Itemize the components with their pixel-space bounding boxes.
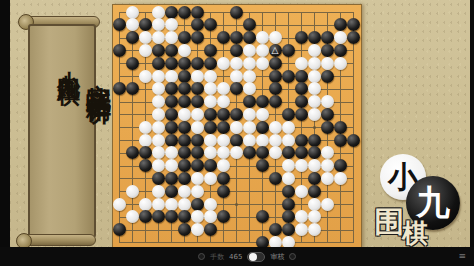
black-stone[interactable] xyxy=(269,57,282,70)
white-stone[interactable] xyxy=(113,198,126,211)
white-stone[interactable] xyxy=(204,70,217,83)
white-stone[interactable] xyxy=(191,172,204,185)
white-stone[interactable] xyxy=(165,146,178,159)
white-stone[interactable] xyxy=(243,108,256,121)
black-stone[interactable] xyxy=(282,210,295,223)
white-stone[interactable] xyxy=(334,31,347,44)
black-stone[interactable] xyxy=(256,159,269,172)
star-point xyxy=(235,203,238,206)
white-stone[interactable] xyxy=(230,57,243,70)
black-stone[interactable] xyxy=(191,6,204,19)
black-stone[interactable] xyxy=(126,146,139,159)
black-stone[interactable] xyxy=(269,70,282,83)
series-title: 小九围棋 xyxy=(54,52,85,68)
black-stone[interactable] xyxy=(165,121,178,134)
black-stone[interactable] xyxy=(191,95,204,108)
black-stone[interactable] xyxy=(295,31,308,44)
black-stone[interactable] xyxy=(165,95,178,108)
black-stone[interactable] xyxy=(321,44,334,57)
color-toggle[interactable] xyxy=(247,252,265,262)
black-stone[interactable] xyxy=(113,18,126,31)
grid-line-v xyxy=(301,12,302,243)
black-stone[interactable] xyxy=(321,121,334,134)
white-stone[interactable] xyxy=(243,44,256,57)
white-stone[interactable] xyxy=(204,95,217,108)
white-stone[interactable] xyxy=(217,95,230,108)
star-point xyxy=(313,126,316,129)
black-stone[interactable] xyxy=(321,70,334,83)
black-stone[interactable] xyxy=(308,146,321,159)
black-stone[interactable] xyxy=(256,210,269,223)
black-stone[interactable] xyxy=(308,31,321,44)
white-stone[interactable] xyxy=(256,134,269,147)
logo-char-qi: 棋 xyxy=(402,216,428,251)
black-stone[interactable] xyxy=(295,146,308,159)
black-stone[interactable] xyxy=(165,82,178,95)
white-stone[interactable] xyxy=(243,121,256,134)
white-stone[interactable] xyxy=(295,210,308,223)
white-stone[interactable] xyxy=(152,6,165,19)
white-stone[interactable] xyxy=(230,121,243,134)
black-stone[interactable] xyxy=(126,82,139,95)
white-stone[interactable] xyxy=(139,134,152,147)
black-stone[interactable] xyxy=(152,210,165,223)
white-stone[interactable] xyxy=(243,57,256,70)
black-stone[interactable] xyxy=(282,108,295,121)
white-stone[interactable] xyxy=(204,198,217,211)
black-stone[interactable] xyxy=(243,95,256,108)
black-stone[interactable] xyxy=(217,185,230,198)
black-stone[interactable] xyxy=(269,95,282,108)
grid-line-h xyxy=(119,242,354,243)
left-black-edge xyxy=(0,0,10,266)
black-stone[interactable] xyxy=(178,70,191,83)
white-stone[interactable] xyxy=(308,223,321,236)
black-stone[interactable] xyxy=(165,134,178,147)
white-stone[interactable] xyxy=(178,185,191,198)
black-stone[interactable] xyxy=(282,198,295,211)
white-stone[interactable] xyxy=(126,185,139,198)
white-stone[interactable] xyxy=(256,57,269,70)
black-stone[interactable] xyxy=(165,57,178,70)
white-stone[interactable] xyxy=(334,172,347,185)
white-stone[interactable] xyxy=(165,198,178,211)
black-stone[interactable] xyxy=(178,159,191,172)
white-stone[interactable] xyxy=(152,31,165,44)
black-stone[interactable] xyxy=(243,146,256,159)
black-stone[interactable] xyxy=(282,185,295,198)
white-stone[interactable] xyxy=(165,31,178,44)
white-stone[interactable] xyxy=(204,82,217,95)
white-stone[interactable] xyxy=(282,159,295,172)
black-stone[interactable] xyxy=(178,134,191,147)
black-stone[interactable] xyxy=(334,134,347,147)
black-stone[interactable] xyxy=(334,18,347,31)
black-stone[interactable] xyxy=(204,223,217,236)
black-stone[interactable] xyxy=(165,108,178,121)
black-stone[interactable] xyxy=(113,82,126,95)
black-stone[interactable] xyxy=(191,198,204,211)
black-stone[interactable] xyxy=(334,121,347,134)
menu-icon[interactable]: ≡ xyxy=(458,252,466,261)
white-stone[interactable] xyxy=(139,70,152,83)
white-stone[interactable] xyxy=(295,57,308,70)
black-stone[interactable] xyxy=(204,44,217,57)
prev-move-button[interactable] xyxy=(198,253,205,260)
white-stone[interactable] xyxy=(178,198,191,211)
black-stone[interactable] xyxy=(230,108,243,121)
white-stone[interactable] xyxy=(191,121,204,134)
white-stone[interactable] xyxy=(308,95,321,108)
black-stone[interactable] xyxy=(204,121,217,134)
black-stone[interactable] xyxy=(191,82,204,95)
black-stone[interactable] xyxy=(217,172,230,185)
white-stone[interactable] xyxy=(269,31,282,44)
black-stone[interactable] xyxy=(126,31,139,44)
white-stone[interactable] xyxy=(152,121,165,134)
black-stone[interactable] xyxy=(165,172,178,185)
white-stone[interactable] xyxy=(217,159,230,172)
white-stone[interactable] xyxy=(269,121,282,134)
white-stone[interactable] xyxy=(256,44,269,57)
white-stone[interactable] xyxy=(152,95,165,108)
white-stone[interactable] xyxy=(139,198,152,211)
black-stone[interactable] xyxy=(282,44,295,57)
black-stone[interactable] xyxy=(178,172,191,185)
black-stone[interactable] xyxy=(295,70,308,83)
black-stone[interactable] xyxy=(334,44,347,57)
white-stone[interactable] xyxy=(204,172,217,185)
white-stone[interactable] xyxy=(165,70,178,83)
black-stone[interactable] xyxy=(139,159,152,172)
white-stone[interactable] xyxy=(321,198,334,211)
next-move-button[interactable] xyxy=(289,253,296,260)
white-stone[interactable] xyxy=(282,134,295,147)
black-stone[interactable] xyxy=(308,134,321,147)
white-stone[interactable] xyxy=(256,31,269,44)
white-stone[interactable] xyxy=(269,146,282,159)
black-stone[interactable] xyxy=(269,172,282,185)
black-stone[interactable] xyxy=(321,108,334,121)
black-stone[interactable] xyxy=(282,223,295,236)
app-logo: 小 围 九 棋 xyxy=(372,154,468,246)
white-stone[interactable] xyxy=(269,134,282,147)
black-stone[interactable] xyxy=(308,172,321,185)
black-stone[interactable] xyxy=(347,31,360,44)
status-label: 审核 xyxy=(270,253,284,261)
white-stone[interactable] xyxy=(139,121,152,134)
white-stone[interactable] xyxy=(308,210,321,223)
white-stone[interactable] xyxy=(217,57,230,70)
black-stone[interactable] xyxy=(191,31,204,44)
white-stone[interactable] xyxy=(308,44,321,57)
white-stone[interactable] xyxy=(126,210,139,223)
black-stone[interactable] xyxy=(256,121,269,134)
black-stone[interactable] xyxy=(256,146,269,159)
white-stone[interactable] xyxy=(204,146,217,159)
black-stone[interactable] xyxy=(243,31,256,44)
white-stone[interactable] xyxy=(152,108,165,121)
white-stone[interactable] xyxy=(308,57,321,70)
black-stone[interactable] xyxy=(113,223,126,236)
right-black-edge xyxy=(470,0,474,266)
white-stone[interactable] xyxy=(152,159,165,172)
black-stone[interactable] xyxy=(295,82,308,95)
white-stone[interactable] xyxy=(295,185,308,198)
black-stone[interactable] xyxy=(165,185,178,198)
white-stone[interactable] xyxy=(308,159,321,172)
white-stone[interactable] xyxy=(308,198,321,211)
black-stone[interactable] xyxy=(230,82,243,95)
black-stone[interactable] xyxy=(347,134,360,147)
white-stone[interactable] xyxy=(152,134,165,147)
white-stone[interactable] xyxy=(191,223,204,236)
white-stone[interactable] xyxy=(243,70,256,83)
black-stone[interactable] xyxy=(191,146,204,159)
white-stone[interactable] xyxy=(139,31,152,44)
black-stone[interactable] xyxy=(204,18,217,31)
white-stone[interactable] xyxy=(191,210,204,223)
black-stone[interactable] xyxy=(152,57,165,70)
black-stone[interactable] xyxy=(178,121,191,134)
black-stone[interactable] xyxy=(295,108,308,121)
white-stone[interactable] xyxy=(217,146,230,159)
white-stone[interactable] xyxy=(152,70,165,83)
black-stone[interactable] xyxy=(282,146,295,159)
black-stone[interactable] xyxy=(139,146,152,159)
black-stone[interactable] xyxy=(191,159,204,172)
black-stone[interactable] xyxy=(165,6,178,19)
white-stone[interactable] xyxy=(126,6,139,19)
app-screen: 小九围棋 实战官子精讲 △ 小 围 九 棋 手数 465 审核 ≡ xyxy=(0,0,474,266)
triangle-mark-icon: △ xyxy=(272,45,279,54)
black-stone[interactable] xyxy=(178,95,191,108)
white-stone[interactable] xyxy=(308,108,321,121)
black-stone[interactable] xyxy=(308,185,321,198)
white-stone[interactable] xyxy=(152,185,165,198)
white-stone[interactable] xyxy=(308,70,321,83)
title-scroll-panel: 小九围棋 实战官子精讲 xyxy=(20,16,102,246)
white-stone[interactable] xyxy=(282,121,295,134)
white-stone[interactable] xyxy=(217,134,230,147)
bottom-bar: 手数 465 审核 ≡ xyxy=(0,247,474,266)
white-stone[interactable] xyxy=(139,44,152,57)
black-stone[interactable] xyxy=(165,210,178,223)
white-stone[interactable] xyxy=(152,82,165,95)
white-stone[interactable] xyxy=(217,82,230,95)
black-stone[interactable] xyxy=(269,82,282,95)
black-stone[interactable] xyxy=(178,146,191,159)
black-stone[interactable] xyxy=(139,210,152,223)
white-stone[interactable] xyxy=(295,159,308,172)
white-stone[interactable] xyxy=(321,146,334,159)
move-counter-label: 手数 xyxy=(210,253,224,261)
black-stone[interactable] xyxy=(191,18,204,31)
black-stone[interactable] xyxy=(191,134,204,147)
black-stone[interactable] xyxy=(178,57,191,70)
white-stone[interactable] xyxy=(334,57,347,70)
black-stone[interactable] xyxy=(178,82,191,95)
black-stone[interactable] xyxy=(282,70,295,83)
black-stone[interactable] xyxy=(295,134,308,147)
white-stone[interactable] xyxy=(152,198,165,211)
white-stone[interactable] xyxy=(152,18,165,31)
black-stone[interactable] xyxy=(217,210,230,223)
black-stone[interactable] xyxy=(217,108,230,121)
black-stone[interactable] xyxy=(230,6,243,19)
white-stone[interactable] xyxy=(165,159,178,172)
black-stone[interactable] xyxy=(217,121,230,134)
move-number: 465 xyxy=(229,253,242,261)
black-stone[interactable] xyxy=(256,95,269,108)
black-stone[interactable] xyxy=(152,172,165,185)
white-stone[interactable] xyxy=(204,210,217,223)
white-stone[interactable] xyxy=(191,185,204,198)
white-stone[interactable] xyxy=(282,172,295,185)
white-stone[interactable] xyxy=(308,82,321,95)
grid-line-v xyxy=(353,12,354,243)
black-stone[interactable] xyxy=(269,223,282,236)
white-stone[interactable] xyxy=(295,223,308,236)
black-stone[interactable] xyxy=(165,44,178,57)
white-stone[interactable] xyxy=(256,108,269,121)
white-stone[interactable] xyxy=(243,134,256,147)
black-stone[interactable] xyxy=(334,159,347,172)
black-stone[interactable] xyxy=(191,57,204,70)
black-stone[interactable] xyxy=(152,44,165,57)
white-stone[interactable] xyxy=(165,18,178,31)
go-board[interactable]: △ xyxy=(112,4,362,248)
white-stone[interactable] xyxy=(321,172,334,185)
white-stone[interactable] xyxy=(321,159,334,172)
black-stone-marked[interactable]: △ xyxy=(269,44,282,57)
logo-char-wei: 围 xyxy=(374,202,404,243)
black-stone[interactable] xyxy=(295,95,308,108)
white-stone[interactable] xyxy=(126,18,139,31)
black-stone[interactable] xyxy=(217,31,230,44)
black-stone[interactable] xyxy=(178,6,191,19)
white-stone[interactable] xyxy=(152,146,165,159)
white-stone[interactable] xyxy=(178,108,191,121)
black-stone[interactable] xyxy=(139,18,152,31)
black-stone[interactable] xyxy=(230,134,243,147)
black-stone[interactable] xyxy=(113,44,126,57)
black-stone[interactable] xyxy=(204,159,217,172)
white-stone[interactable] xyxy=(178,44,191,57)
black-stone[interactable] xyxy=(204,57,217,70)
black-stone[interactable] xyxy=(126,57,139,70)
white-stone[interactable] xyxy=(204,134,217,147)
black-stone[interactable] xyxy=(178,210,191,223)
player-controls: 手数 465 审核 xyxy=(198,251,296,262)
black-stone[interactable] xyxy=(243,18,256,31)
black-stone[interactable] xyxy=(321,31,334,44)
white-stone[interactable] xyxy=(321,95,334,108)
white-stone[interactable] xyxy=(191,108,204,121)
toggle-knob-icon xyxy=(249,253,257,261)
black-stone[interactable] xyxy=(230,31,243,44)
black-stone[interactable] xyxy=(347,18,360,31)
black-stone[interactable] xyxy=(178,223,191,236)
black-stone[interactable] xyxy=(178,31,191,44)
black-stone[interactable] xyxy=(204,108,217,121)
lecture-subtitle: 实战官子精讲 xyxy=(82,64,115,82)
white-stone[interactable] xyxy=(243,82,256,95)
black-stone[interactable] xyxy=(230,44,243,57)
white-stone[interactable] xyxy=(321,57,334,70)
white-stone[interactable] xyxy=(230,70,243,83)
white-stone[interactable] xyxy=(230,146,243,159)
white-stone[interactable] xyxy=(191,70,204,83)
